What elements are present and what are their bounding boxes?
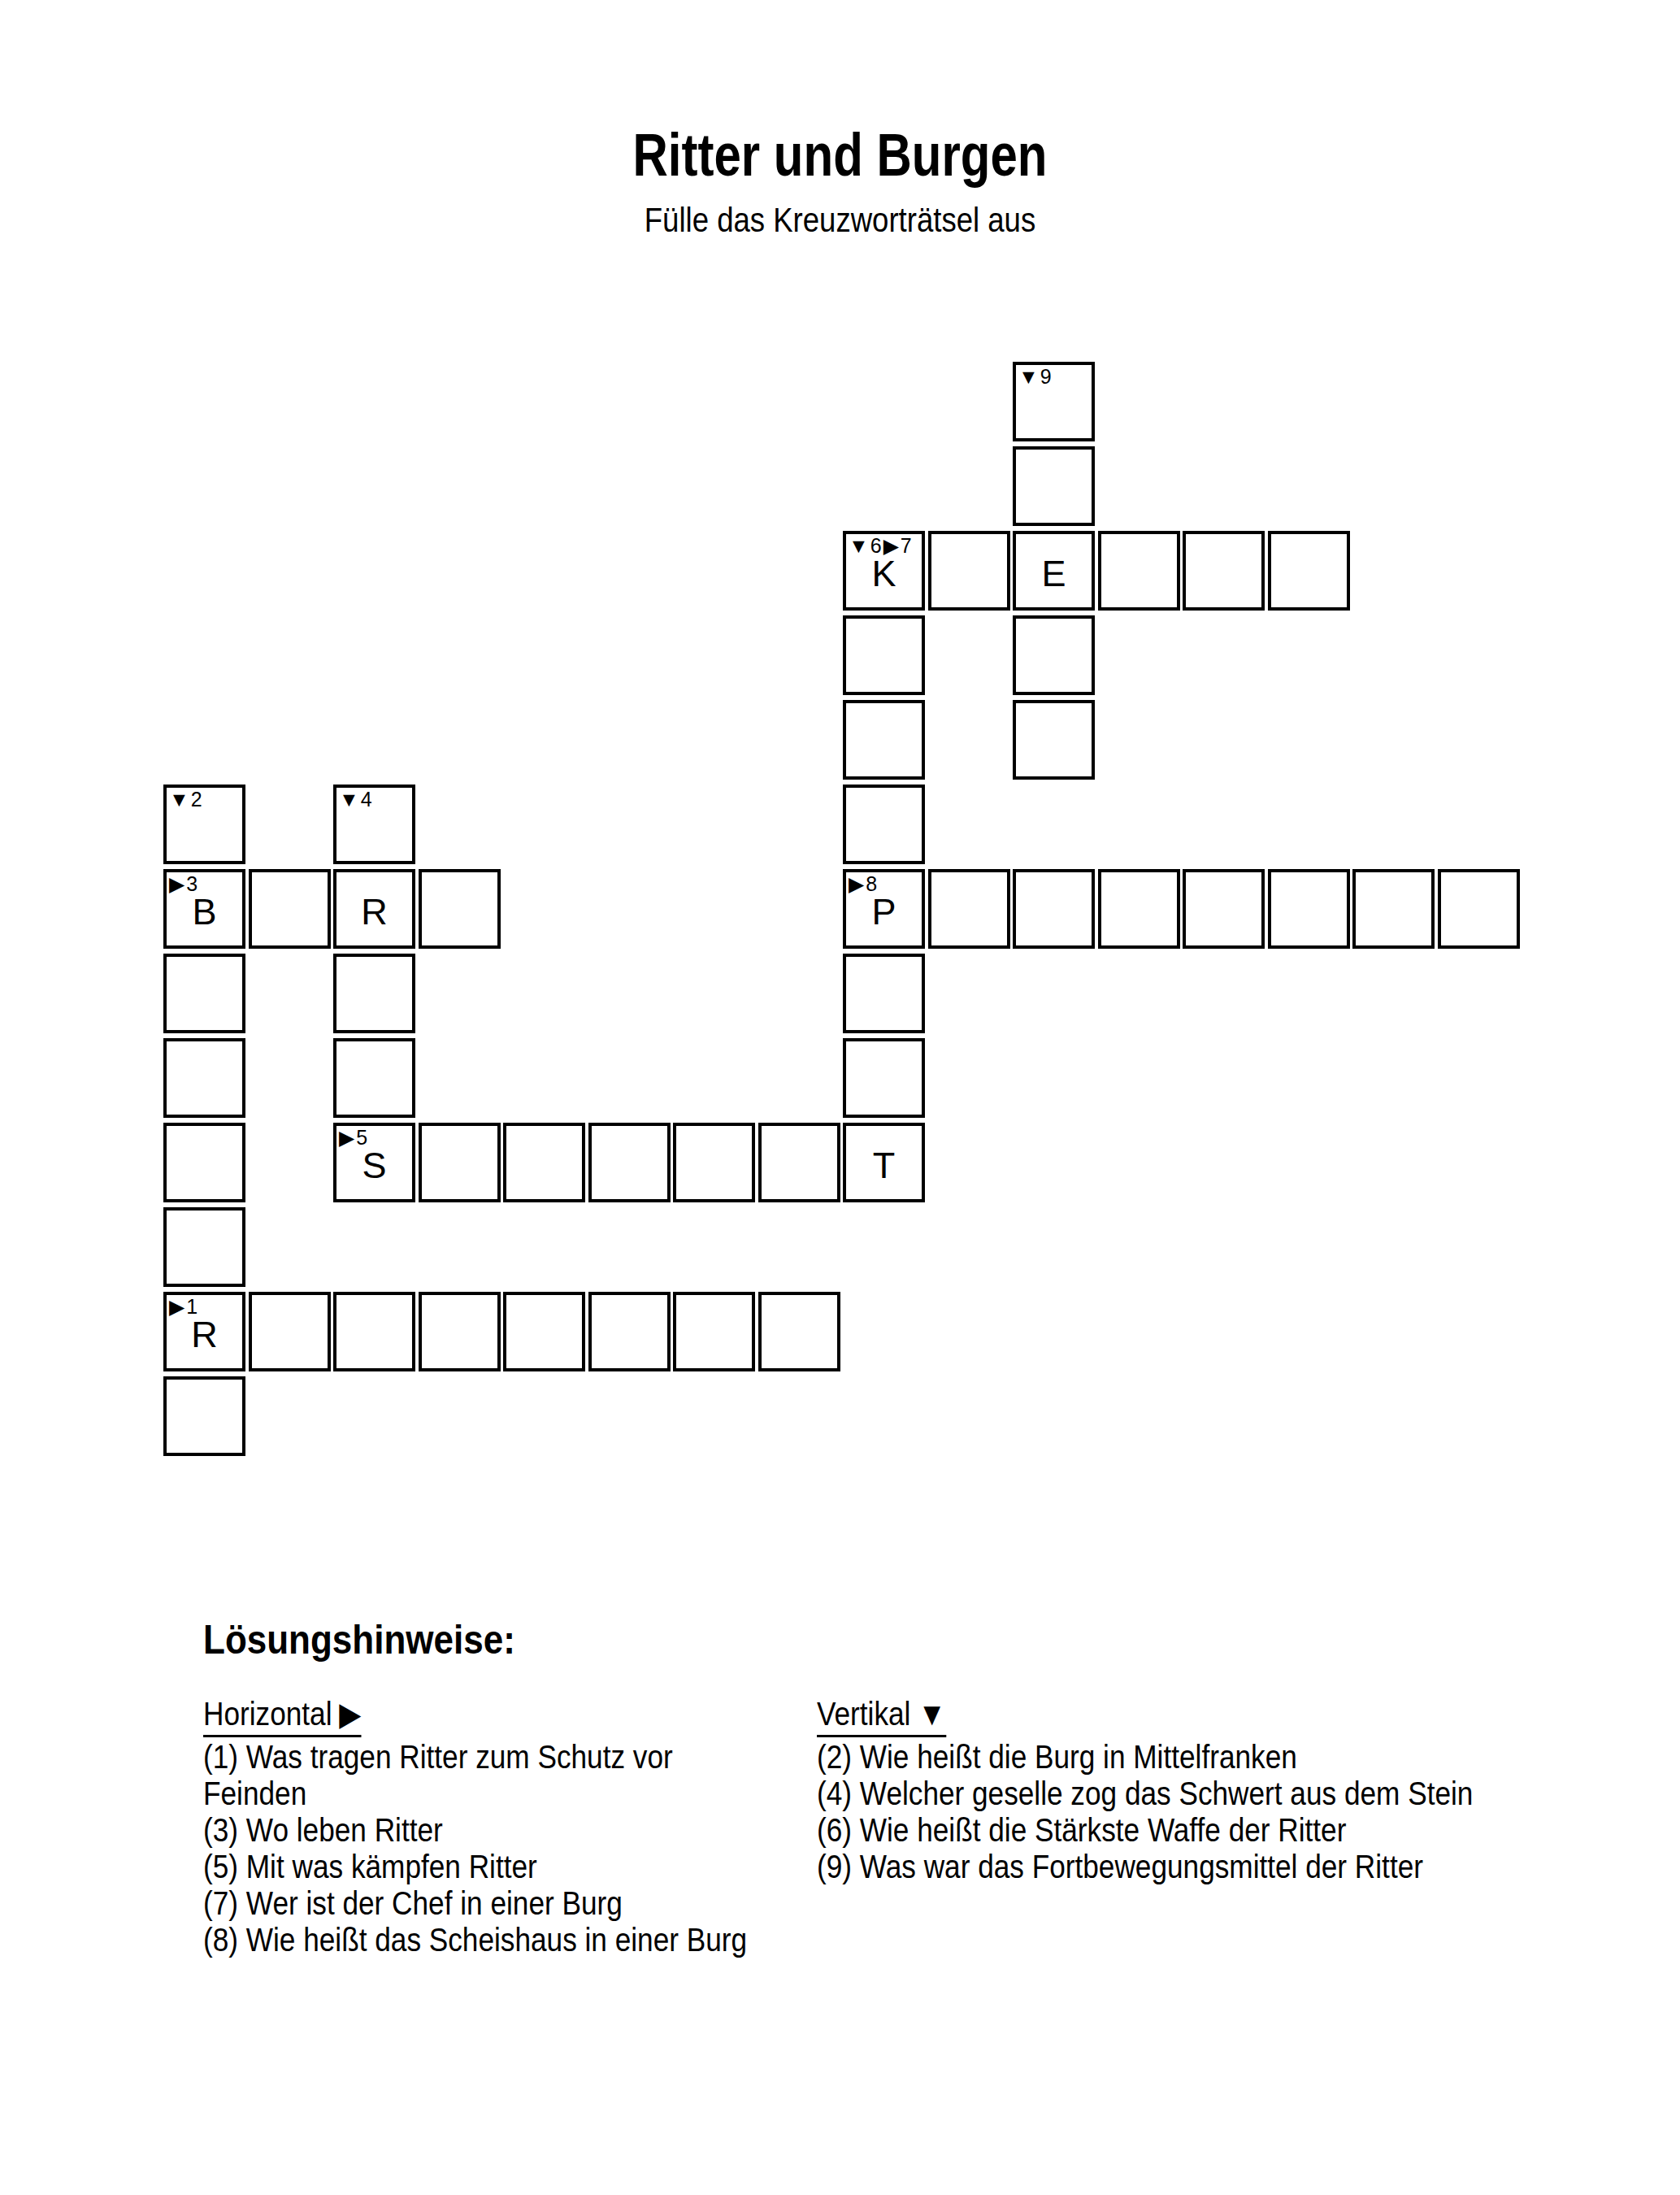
worksheet-page: Ritter und Burgen Fülle das Kreuzworträt… [0,0,1680,2195]
clue-text: (1) Was tragen Ritter zum Schutz vor Fei… [203,1739,761,1812]
clue-text: (8) Wie heißt das Scheishaus in einer Bu… [203,1922,761,1958]
clue-text: (9) Was war das Fortbewegungsmittel der … [817,1849,1547,1885]
cell-letter: R [336,893,412,930]
cell-c0-r11[interactable]: ▶1R [163,1292,245,1371]
crossword-grid: ▼9▼6▶7KE▼2▼4▶3BR▶8P▶5ST▶1R [163,362,1522,1461]
clue-text: (7) Wer ist der Chef in einer Burg [203,1885,761,1922]
cell-c13-r2[interactable] [1268,531,1350,611]
cell-c11-r2[interactable] [1098,531,1180,611]
cell-c8-r9[interactable]: T [843,1123,925,1202]
cell-c8-r3[interactable] [843,615,925,695]
cell-c6-r11[interactable] [673,1292,755,1371]
cell-c0-r7[interactable] [163,954,245,1033]
cell-c4-r11[interactable] [503,1292,585,1371]
cell-c8-r6[interactable]: ▶8P [843,869,925,949]
cell-c3-r9[interactable] [419,1123,501,1202]
cell-c6-r9[interactable] [673,1123,755,1202]
down-clue-list: (2) Wie heißt die Burg in Mittelfranken(… [817,1739,1547,1885]
cell-c0-r8[interactable] [163,1038,245,1118]
across-clue-list: (1) Was tragen Ritter zum Schutz vor Fei… [203,1739,761,1958]
cell-c1-r11[interactable] [249,1292,331,1371]
cell-c1-r6[interactable] [249,869,331,949]
cell-c11-r6[interactable] [1098,869,1180,949]
cell-c2-r7[interactable] [333,954,415,1033]
cell-c4-r9[interactable] [503,1123,585,1202]
page-subtitle: Fülle das Kreuzworträtsel aus [126,200,1554,240]
cell-c10-r1[interactable] [1013,446,1095,526]
cell-c13-r6[interactable] [1268,869,1350,949]
cell-c8-r7[interactable] [843,954,925,1033]
cell-letter: P [846,893,922,930]
cell-c8-r8[interactable] [843,1038,925,1118]
across-header-label: Horizontal [203,1696,332,1732]
cell-c2-r9[interactable]: ▶5S [333,1123,415,1202]
cell-c0-r10[interactable] [163,1207,245,1287]
cell-letter: T [846,1147,922,1184]
cell-c8-r5[interactable] [843,785,925,864]
across-clues-column: Horizontal▶ (1) Was tragen Ritter zum Sc… [203,1694,761,1958]
hints-heading: Lösungshinweise: [203,1616,515,1663]
cell-c12-r6[interactable] [1183,869,1265,949]
cell-c10-r2[interactable]: E [1013,531,1095,611]
page-title: Ritter und Burgen [168,120,1513,189]
cell-c2-r6[interactable]: R [333,869,415,949]
clue-text: (5) Mit was kämpfen Ritter [203,1849,761,1885]
cell-c9-r2[interactable] [928,531,1010,611]
down-header-label: Vertikal [817,1696,910,1732]
clue-text: (3) Wo leben Ritter [203,1812,761,1849]
cell-c7-r11[interactable] [758,1292,840,1371]
cell-c2-r5[interactable]: ▼4 [333,785,415,864]
clue-number-label: ▼2 [169,788,204,811]
cell-c8-r2[interactable]: ▼6▶7K [843,531,925,611]
clue-text: (2) Wie heißt die Burg in Mittelfranken [817,1739,1547,1776]
cell-c9-r6[interactable] [928,869,1010,949]
clue-number-label: ▼9 [1018,365,1053,389]
clue-number-label: ▼4 [339,788,374,811]
cell-c8-r4[interactable] [843,700,925,780]
cell-letter: B [167,893,242,930]
right-arrow-icon: ▶ [339,1696,361,1732]
cell-c5-r9[interactable] [588,1123,671,1202]
cell-c14-r6[interactable] [1352,869,1435,949]
down-header: Vertikal▼ [817,1694,946,1737]
cell-c2-r8[interactable] [333,1038,415,1118]
cell-letter: K [846,555,922,592]
cell-c0-r9[interactable] [163,1123,245,1202]
cell-c2-r11[interactable] [333,1292,415,1371]
cell-c10-r0[interactable]: ▼9 [1013,362,1095,441]
cell-c10-r4[interactable] [1013,700,1095,780]
across-header: Horizontal▶ [203,1694,361,1737]
cell-c3-r6[interactable] [419,869,501,949]
cell-c0-r5[interactable]: ▼2 [163,785,245,864]
cell-letter: S [336,1147,412,1184]
clue-text: (6) Wie heißt die Stärkste Waffe der Rit… [817,1812,1547,1849]
cell-letter: E [1016,555,1092,592]
clue-text: (4) Welcher geselle zog das Schwert aus … [817,1776,1547,1812]
cell-letter: R [167,1316,242,1353]
cell-c3-r11[interactable] [419,1292,501,1371]
cell-c15-r6[interactable] [1438,869,1520,949]
cell-c10-r3[interactable] [1013,615,1095,695]
down-clues-column: Vertikal▼ (2) Wie heißt die Burg in Mitt… [817,1694,1547,1885]
cell-c7-r9[interactable] [758,1123,840,1202]
cell-c0-r12[interactable] [163,1376,245,1456]
cell-c12-r2[interactable] [1183,531,1265,611]
cell-c5-r11[interactable] [588,1292,671,1371]
cell-c10-r6[interactable] [1013,869,1095,949]
cell-c0-r6[interactable]: ▶3B [163,869,245,949]
down-arrow-icon: ▼ [918,1696,946,1732]
